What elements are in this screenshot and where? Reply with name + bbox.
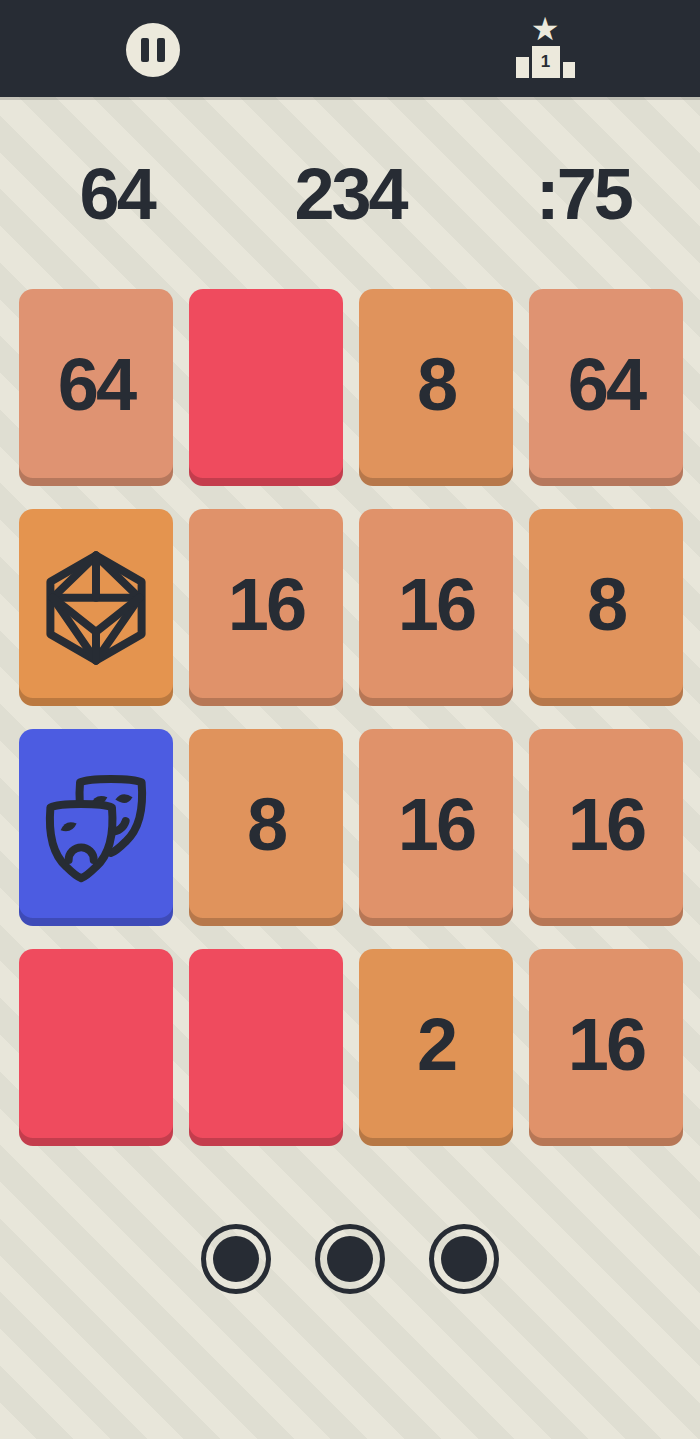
tile-r2c1-d20[interactable] <box>19 509 173 706</box>
top-bar: ★ 1 <box>0 0 700 97</box>
tile-value: 2 <box>417 1002 455 1087</box>
tile-value: 8 <box>587 562 625 647</box>
podium-icon: 1 <box>513 44 577 78</box>
stat-left-value: 64 <box>0 153 233 235</box>
tile-value: 16 <box>568 782 644 867</box>
leaderboard-button[interactable]: ★ 1 <box>513 14 577 80</box>
tile-r3c1-masks[interactable] <box>19 729 173 926</box>
tile-value: 16 <box>568 1002 644 1087</box>
tile-r3c4[interactable]: 16 <box>529 729 683 926</box>
tile-value: 64 <box>58 342 134 427</box>
tile-value: 16 <box>228 562 304 647</box>
tile-value: 64 <box>568 342 644 427</box>
tile-r3c3[interactable]: 16 <box>359 729 513 926</box>
tile-r1c2-blocker[interactable] <box>189 289 343 486</box>
pause-icon <box>141 38 149 62</box>
leaderboard-rank: 1 <box>541 52 550 72</box>
tile-r4c2-blocker[interactable] <box>189 949 343 1146</box>
theater-masks-icon <box>39 771 153 885</box>
tile-r2c3[interactable]: 16 <box>359 509 513 706</box>
tile-r2c2[interactable]: 16 <box>189 509 343 706</box>
game-board: 64 8 64 16 16 8 <box>19 289 683 1146</box>
star-icon: ★ <box>513 16 577 44</box>
tile-r4c1-blocker[interactable] <box>19 949 173 1146</box>
d20-die-icon <box>39 551 153 665</box>
tile-r3c2[interactable]: 8 <box>189 729 343 926</box>
stats-row: 64 234 :75 <box>0 148 700 240</box>
tile-r2c4[interactable]: 8 <box>529 509 683 706</box>
tile-value: 8 <box>247 782 285 867</box>
tile-r4c4[interactable]: 16 <box>529 949 683 1146</box>
tile-r4c3[interactable]: 2 <box>359 949 513 1146</box>
lives-row <box>0 1224 700 1294</box>
tile-r1c3[interactable]: 8 <box>359 289 513 486</box>
stat-score: 234 <box>233 153 466 235</box>
tile-value: 8 <box>417 342 455 427</box>
tile-r1c4[interactable]: 64 <box>529 289 683 486</box>
pause-button[interactable] <box>126 23 180 77</box>
stat-timer: :75 <box>467 153 700 235</box>
life-dot-icon <box>315 1224 385 1294</box>
tile-r1c1[interactable]: 64 <box>19 289 173 486</box>
tile-value: 16 <box>398 782 474 867</box>
life-dot-icon <box>201 1224 271 1294</box>
pause-icon <box>157 38 165 62</box>
life-dot-icon <box>429 1224 499 1294</box>
tile-value: 16 <box>398 562 474 647</box>
